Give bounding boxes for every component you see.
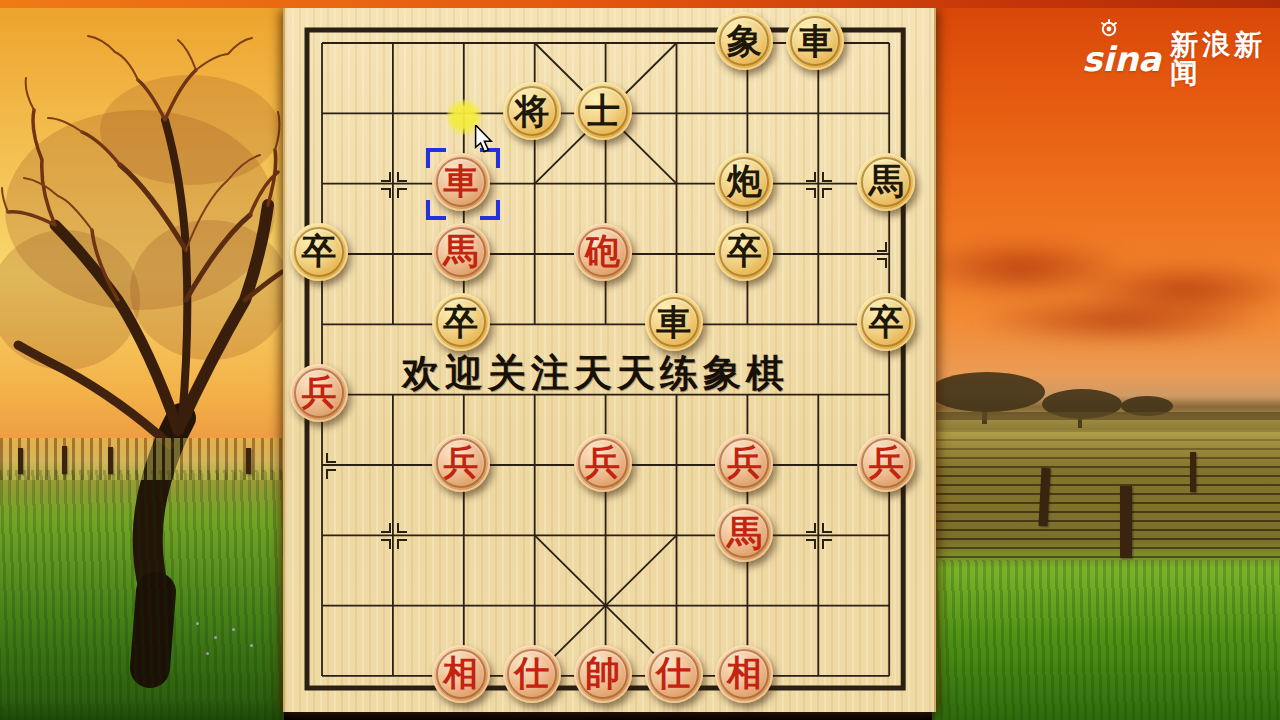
point-marker-corner <box>326 453 336 463</box>
piece-black-horse[interactable]: 馬 <box>857 153 915 211</box>
piece-red-soldier[interactable]: 兵 <box>715 434 773 492</box>
piece-black-chariot[interactable]: 車 <box>645 293 703 351</box>
selection-corner <box>480 200 500 220</box>
point-marker-corner <box>397 523 407 533</box>
piece-red-soldier[interactable]: 兵 <box>857 434 915 492</box>
piece-glyph: 帥 <box>585 655 620 690</box>
piece-glyph: 炮 <box>727 163 762 198</box>
piece-glyph: 兵 <box>869 444 904 479</box>
screenshot-root: sina 新浪新闻 欢迎关注天天练象棋 象車将士車炮馬卒馬砲卒卒車卒兵兵兵兵兵馬… <box>0 0 1280 720</box>
piece-glyph: 仕 <box>656 655 691 690</box>
point-marker-corner <box>806 172 816 182</box>
piece-glyph: 卒 <box>727 233 762 268</box>
point-marker-corner <box>381 523 391 533</box>
piece-glyph: 車 <box>656 304 691 339</box>
piece-black-soldier[interactable]: 卒 <box>432 293 490 351</box>
point-marker-corner <box>806 539 816 549</box>
selection-brackets <box>426 148 496 216</box>
piece-glyph: 象 <box>727 23 762 58</box>
piece-glyph: 士 <box>585 93 620 128</box>
point-marker-corner <box>397 539 407 549</box>
background-photo-left <box>0 0 284 720</box>
xiangqi-board[interactable]: 欢迎关注天天练象棋 象車将士車炮馬卒馬砲卒卒車卒兵兵兵兵兵馬相仕帥仕相 <box>283 8 936 712</box>
point-marker-corner <box>381 188 391 198</box>
piece-glyph: 兵 <box>443 444 478 479</box>
wildflowers <box>214 636 217 639</box>
piece-glyph: 仕 <box>514 655 549 690</box>
piece-glyph: 砲 <box>585 233 620 268</box>
fence-post <box>1120 486 1132 558</box>
sina-eye-icon <box>1099 19 1121 37</box>
piece-black-cannon[interactable]: 炮 <box>715 153 773 211</box>
piece-red-horse[interactable]: 馬 <box>432 223 490 281</box>
piece-glyph: 馬 <box>869 163 904 198</box>
piece-glyph: 卒 <box>869 304 904 339</box>
piece-black-elephant[interactable]: 象 <box>715 12 773 70</box>
piece-glyph: 相 <box>443 655 478 690</box>
piece-glyph: 馬 <box>443 233 478 268</box>
piece-red-elephant[interactable]: 相 <box>432 645 490 703</box>
selection-corner <box>426 200 446 220</box>
selection-corner <box>426 148 446 168</box>
vineyard-highlight <box>932 430 1280 470</box>
river-welcome-text: 欢迎关注天天练象棋 <box>373 348 818 399</box>
piece-glyph: 卒 <box>302 233 337 268</box>
point-marker-corner <box>806 188 816 198</box>
piece-red-soldier[interactable]: 兵 <box>574 434 632 492</box>
wildflowers <box>196 622 199 625</box>
sina-news-label: 新浪新闻 <box>1170 31 1280 87</box>
point-marker-corner <box>397 172 407 182</box>
point-marker-corner <box>822 523 832 533</box>
background-photo-right <box>932 0 1280 720</box>
piece-glyph: 相 <box>727 655 762 690</box>
piece-black-soldier[interactable]: 卒 <box>290 223 348 281</box>
piece-glyph: 将 <box>514 93 549 128</box>
sina-logo: sina 新浪新闻 <box>1082 31 1280 87</box>
point-marker-corner <box>397 188 407 198</box>
piece-glyph: 兵 <box>302 374 337 409</box>
fence-post <box>1190 452 1196 492</box>
piece-glyph: 兵 <box>727 444 762 479</box>
grass-field <box>932 560 1280 720</box>
piece-glyph: 卒 <box>443 304 478 339</box>
wildflowers <box>250 644 253 647</box>
piece-black-general[interactable]: 将 <box>503 82 561 140</box>
piece-red-soldier[interactable]: 兵 <box>290 364 348 422</box>
point-marker-corner <box>381 172 391 182</box>
mouse-cursor <box>474 125 494 153</box>
piece-red-advisor[interactable]: 仕 <box>645 645 703 703</box>
point-marker-corner <box>326 469 336 479</box>
piece-red-elephant[interactable]: 相 <box>715 645 773 703</box>
piece-black-advisor[interactable]: 士 <box>574 82 632 140</box>
point-marker-corner <box>822 188 832 198</box>
grass-field <box>0 470 284 720</box>
wildflowers <box>206 652 209 655</box>
piece-black-chariot[interactable]: 車 <box>786 12 844 70</box>
piece-glyph: 馬 <box>727 515 762 550</box>
piece-glyph: 車 <box>798 23 833 58</box>
piece-red-cannon[interactable]: 砲 <box>574 223 632 281</box>
point-marker-corner <box>877 258 887 268</box>
piece-glyph: 兵 <box>585 444 620 479</box>
point-marker-corner <box>381 539 391 549</box>
point-marker-corner <box>806 523 816 533</box>
piece-red-general[interactable]: 帥 <box>574 645 632 703</box>
piece-red-advisor[interactable]: 仕 <box>503 645 561 703</box>
point-marker-corner <box>822 539 832 549</box>
piece-black-soldier[interactable]: 卒 <box>715 223 773 281</box>
point-marker-corner <box>877 242 887 252</box>
top-accent-bar <box>0 0 1280 8</box>
piece-red-soldier[interactable]: 兵 <box>432 434 490 492</box>
wildflowers <box>232 628 235 631</box>
sina-wordmark: sina <box>1082 42 1161 76</box>
point-marker-corner <box>822 172 832 182</box>
